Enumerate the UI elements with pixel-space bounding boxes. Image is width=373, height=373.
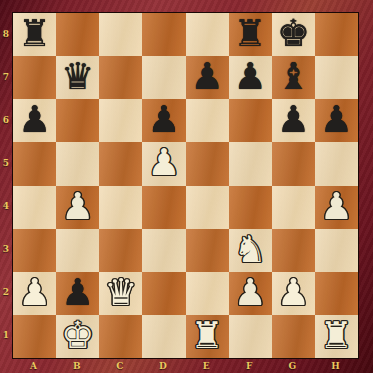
piece-black-rook: ♜ — [18, 15, 51, 52]
square-d3[interactable] — [142, 229, 185, 272]
square-g6[interactable]: ♟ — [272, 99, 315, 142]
square-a4[interactable] — [13, 186, 56, 229]
square-c6[interactable] — [99, 99, 142, 142]
piece-white-queen: ♛ — [104, 274, 137, 311]
file-labels: ABCDEFGH — [12, 358, 357, 373]
square-h2[interactable] — [315, 272, 358, 315]
piece-white-rook: ♜ — [190, 317, 223, 354]
square-g8[interactable]: ♚ — [272, 13, 315, 56]
square-a5[interactable] — [13, 142, 56, 185]
rank-label-2: 2 — [0, 271, 12, 314]
square-a8[interactable]: ♜ — [13, 13, 56, 56]
square-f8[interactable]: ♜ — [229, 13, 272, 56]
square-d6[interactable]: ♟ — [142, 99, 185, 142]
square-g7[interactable]: ♝ — [272, 56, 315, 99]
square-h7[interactable] — [315, 56, 358, 99]
piece-white-pawn: ♟ — [320, 188, 353, 225]
square-e3[interactable] — [186, 229, 229, 272]
square-g3[interactable] — [272, 229, 315, 272]
square-g1[interactable] — [272, 315, 315, 358]
square-b2[interactable]: ♟ — [56, 272, 99, 315]
piece-black-pawn: ♟ — [147, 101, 180, 138]
square-e1[interactable]: ♜ — [186, 315, 229, 358]
file-label-d: D — [141, 358, 184, 373]
square-c5[interactable] — [99, 142, 142, 185]
square-g5[interactable] — [272, 142, 315, 185]
square-b7[interactable]: ♛ — [56, 56, 99, 99]
file-label-b: B — [55, 358, 98, 373]
rank-label-3: 3 — [0, 228, 12, 271]
square-a7[interactable] — [13, 56, 56, 99]
square-f5[interactable] — [229, 142, 272, 185]
square-d8[interactable] — [142, 13, 185, 56]
square-d2[interactable] — [142, 272, 185, 315]
piece-white-king: ♚ — [61, 317, 94, 354]
piece-white-rook: ♜ — [320, 317, 353, 354]
square-b6[interactable] — [56, 99, 99, 142]
square-e7[interactable]: ♟ — [186, 56, 229, 99]
piece-white-pawn: ♟ — [147, 144, 180, 181]
piece-black-pawn: ♟ — [190, 58, 223, 95]
square-f1[interactable] — [229, 315, 272, 358]
square-f2[interactable]: ♟ — [229, 272, 272, 315]
piece-white-pawn: ♟ — [18, 274, 51, 311]
piece-black-pawn: ♟ — [61, 274, 94, 311]
square-b4[interactable]: ♟ — [56, 186, 99, 229]
square-h1[interactable]: ♜ — [315, 315, 358, 358]
piece-white-pawn: ♟ — [61, 188, 94, 225]
square-d1[interactable] — [142, 315, 185, 358]
square-h3[interactable] — [315, 229, 358, 272]
square-a2[interactable]: ♟ — [13, 272, 56, 315]
square-e4[interactable] — [186, 186, 229, 229]
square-c1[interactable] — [99, 315, 142, 358]
square-h6[interactable]: ♟ — [315, 99, 358, 142]
square-e6[interactable] — [186, 99, 229, 142]
square-g4[interactable] — [272, 186, 315, 229]
square-f7[interactable]: ♟ — [229, 56, 272, 99]
square-b1[interactable]: ♚ — [56, 315, 99, 358]
piece-black-pawn: ♟ — [320, 101, 353, 138]
square-c3[interactable] — [99, 229, 142, 272]
square-e5[interactable] — [186, 142, 229, 185]
square-e2[interactable] — [186, 272, 229, 315]
square-f3[interactable]: ♞ — [229, 229, 272, 272]
square-h5[interactable] — [315, 142, 358, 185]
chess-board: ♜♜♚♛♟♟♝♟♟♟♟♟♟♟♞♟♟♛♟♟♚♜♜ — [12, 12, 359, 359]
square-h4[interactable]: ♟ — [315, 186, 358, 229]
square-d5[interactable]: ♟ — [142, 142, 185, 185]
rank-label-5: 5 — [0, 141, 12, 184]
piece-black-pawn: ♟ — [18, 101, 51, 138]
file-label-a: A — [12, 358, 55, 373]
square-c7[interactable] — [99, 56, 142, 99]
piece-white-pawn: ♟ — [234, 274, 267, 311]
square-d4[interactable] — [142, 186, 185, 229]
piece-black-rook: ♜ — [234, 15, 267, 52]
chess-diagram: ♜♜♚♛♟♟♝♟♟♟♟♟♟♟♞♟♟♛♟♟♚♜♜ 87654321 ABCDEFG… — [0, 0, 373, 373]
piece-black-king: ♚ — [277, 15, 310, 52]
square-d7[interactable] — [142, 56, 185, 99]
rank-label-8: 8 — [0, 12, 12, 55]
square-a3[interactable] — [13, 229, 56, 272]
square-a1[interactable] — [13, 315, 56, 358]
file-label-f: F — [228, 358, 271, 373]
square-f4[interactable] — [229, 186, 272, 229]
piece-white-pawn: ♟ — [277, 274, 310, 311]
piece-black-queen: ♛ — [61, 58, 94, 95]
file-label-c: C — [98, 358, 141, 373]
file-label-e: E — [185, 358, 228, 373]
file-label-g: G — [271, 358, 314, 373]
square-c2[interactable]: ♛ — [99, 272, 142, 315]
piece-black-pawn: ♟ — [277, 101, 310, 138]
square-b8[interactable] — [56, 13, 99, 56]
square-b5[interactable] — [56, 142, 99, 185]
piece-white-knight: ♞ — [234, 231, 267, 268]
file-label-h: H — [314, 358, 357, 373]
square-a6[interactable]: ♟ — [13, 99, 56, 142]
rank-label-4: 4 — [0, 185, 12, 228]
piece-black-bishop: ♝ — [277, 58, 310, 95]
square-e8[interactable] — [186, 13, 229, 56]
rank-label-1: 1 — [0, 314, 12, 357]
rank-label-6: 6 — [0, 98, 12, 141]
square-b3[interactable] — [56, 229, 99, 272]
square-g2[interactable]: ♟ — [272, 272, 315, 315]
rank-label-7: 7 — [0, 55, 12, 98]
piece-black-pawn: ♟ — [234, 58, 267, 95]
square-h8[interactable] — [315, 13, 358, 56]
rank-labels: 87654321 — [0, 12, 12, 357]
square-c8[interactable] — [99, 13, 142, 56]
square-c4[interactable] — [99, 186, 142, 229]
square-f6[interactable] — [229, 99, 272, 142]
